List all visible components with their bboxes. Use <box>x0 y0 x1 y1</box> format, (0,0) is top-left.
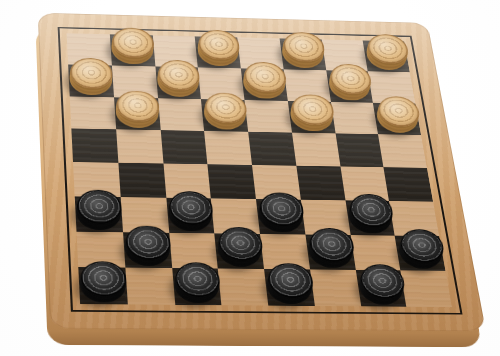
wood-piece-h8[interactable] <box>364 41 409 71</box>
wood-piece-a7[interactable] <box>69 65 112 96</box>
black-piece-c3[interactable] <box>167 198 213 232</box>
black-piece-e1[interactable] <box>265 270 313 305</box>
board-perspective-wrap <box>38 13 486 331</box>
wood-piece-d6[interactable] <box>202 100 247 132</box>
black-piece-a1[interactable] <box>79 268 126 304</box>
wood-piece-f8[interactable] <box>280 39 324 69</box>
black-piece-b2[interactable] <box>124 233 171 268</box>
black-piece-e3[interactable] <box>257 200 304 234</box>
wood-piece-f6[interactable] <box>289 101 334 132</box>
wood-piece-b6[interactable] <box>115 98 159 130</box>
black-piece-f2[interactable] <box>306 235 354 269</box>
wood-piece-b8[interactable] <box>111 35 154 65</box>
pieces-layer <box>67 33 453 307</box>
wood-piece-e7[interactable] <box>242 69 286 100</box>
checkers-board <box>38 13 486 331</box>
piece-top-face <box>80 261 127 297</box>
wood-piece-d8[interactable] <box>196 37 240 67</box>
product-photo-scene <box>0 0 500 356</box>
black-piece-d2[interactable] <box>216 234 263 268</box>
black-piece-c1[interactable] <box>173 269 221 304</box>
wood-piece-h6[interactable] <box>374 103 420 134</box>
wood-piece-g7[interactable] <box>327 71 372 102</box>
black-piece-h2[interactable] <box>396 236 444 270</box>
board-play-area <box>58 27 463 315</box>
black-piece-a3[interactable] <box>76 197 122 231</box>
black-piece-g1[interactable] <box>357 271 406 306</box>
wood-piece-c7[interactable] <box>156 67 200 98</box>
black-piece-g3[interactable] <box>346 201 393 234</box>
